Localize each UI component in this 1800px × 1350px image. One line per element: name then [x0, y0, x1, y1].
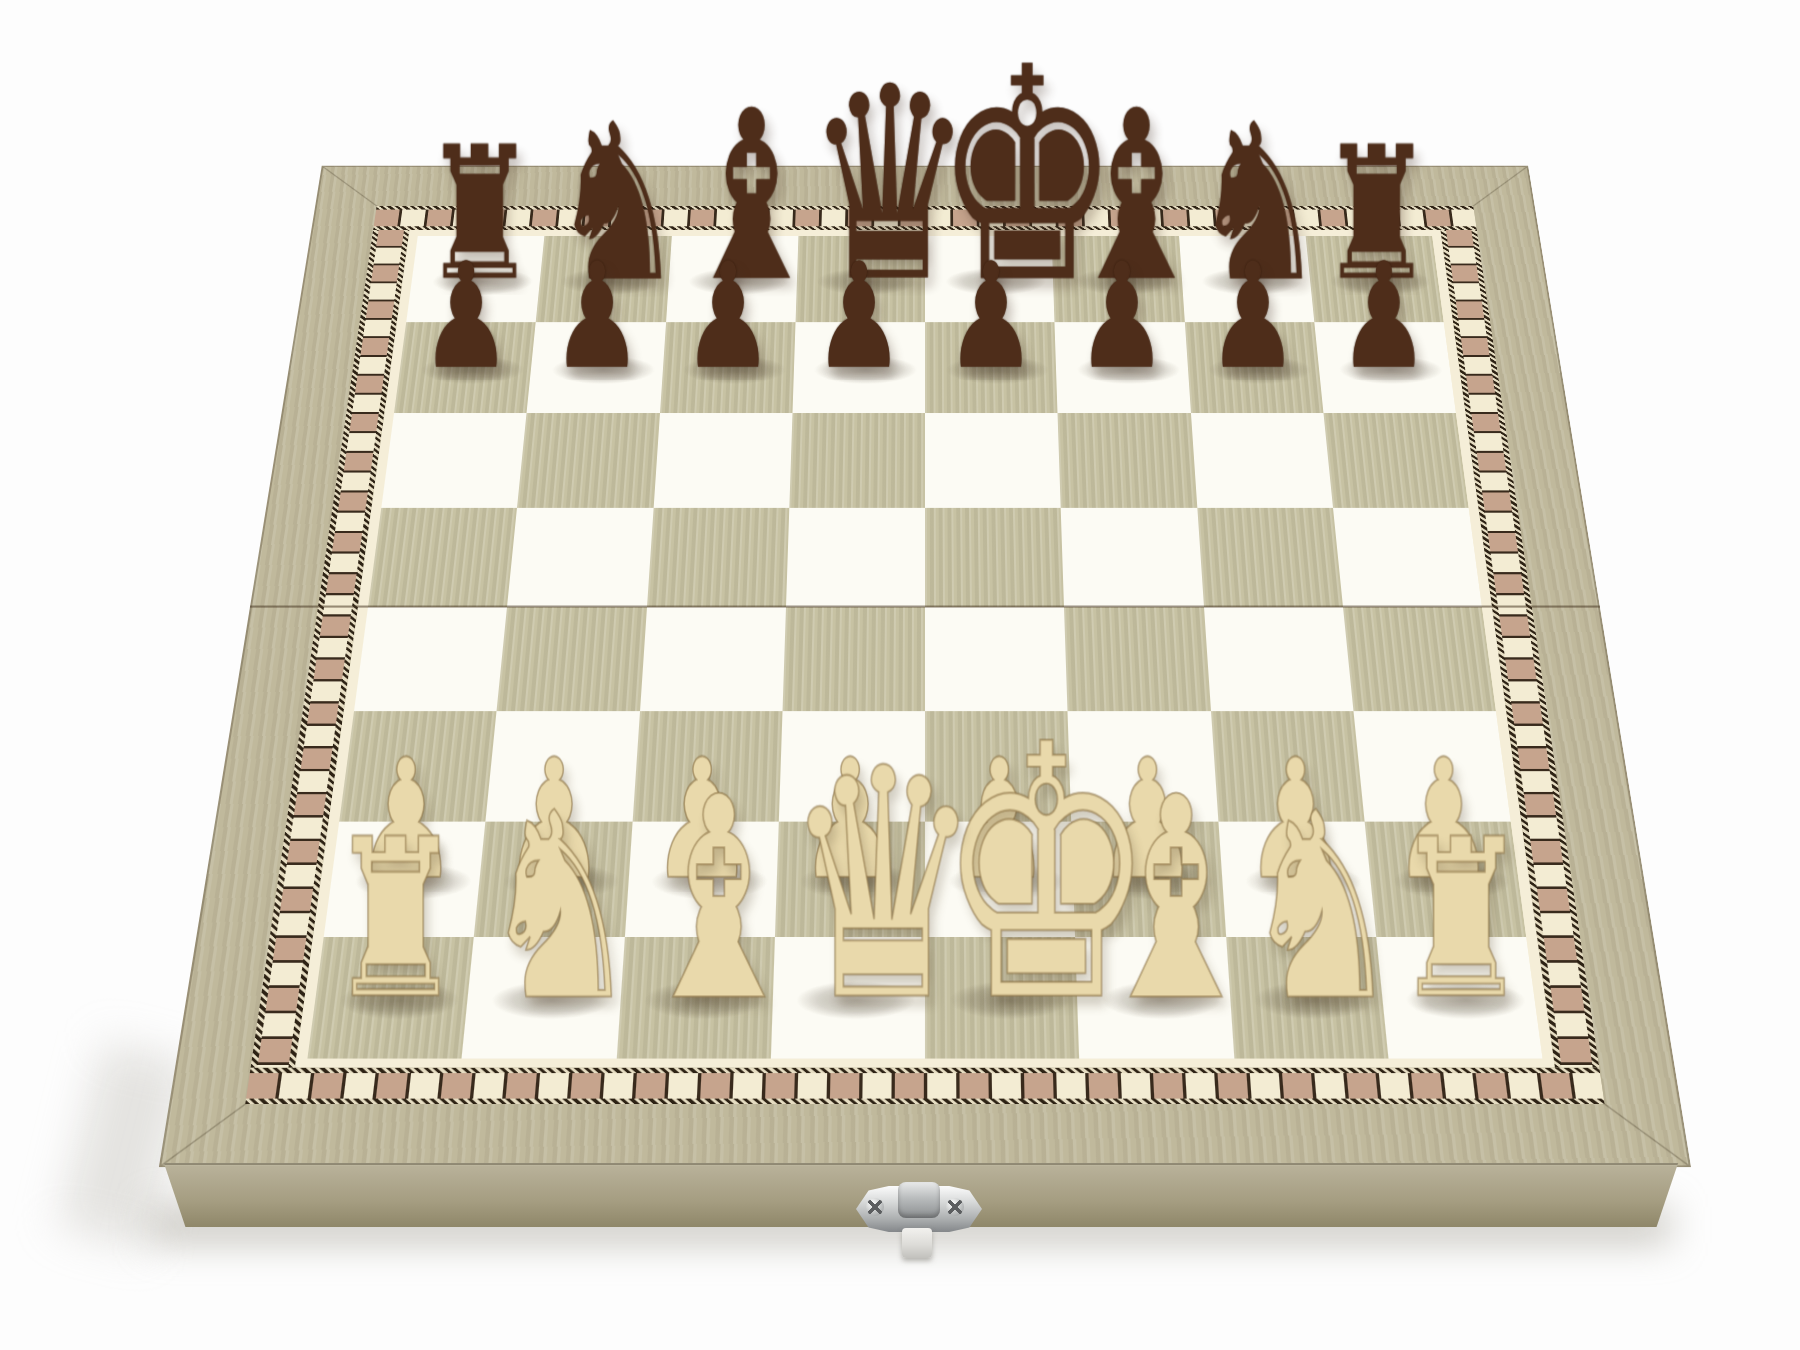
square-d4: [782, 607, 925, 711]
rope-inlay: [245, 1099, 1604, 1104]
inlay-border-bottom: [245, 1068, 1604, 1104]
square-d3: [779, 711, 925, 821]
product-photo-scene: ♜♞♝♛♚♝♞♜♟♟♟♟♟♟♟♟♟♟♟♟♟♟♟♟♜♞♝♛♚♝♞♜: [0, 0, 1800, 1350]
square-e3: [925, 711, 1071, 821]
piece-shadow: [352, 863, 474, 900]
square-c4: [639, 607, 785, 711]
chess-board: ♜♞♝♛♚♝♞♜♟♟♟♟♟♟♟♟♟♟♟♟♟♟♟♟♜♞♝♛♚♝♞♜: [159, 166, 1691, 1167]
square-b3: [486, 711, 640, 821]
square-a3: [339, 711, 496, 821]
square-g3: [1211, 711, 1365, 821]
clasp-catch-tab: [902, 1228, 932, 1258]
square-f3: [1068, 711, 1218, 821]
square-g4: [1204, 607, 1354, 711]
square-f4: [1064, 607, 1210, 711]
square-b4: [497, 607, 647, 711]
clasp-screw-left-icon: [866, 1198, 884, 1216]
square-h4: [1343, 607, 1496, 711]
square-h3: [1353, 711, 1510, 821]
piece-shadow: [1096, 863, 1215, 900]
clasp-hasp: [898, 1182, 940, 1218]
clasp-screw-right-icon: [946, 1198, 964, 1216]
piece-shadow: [650, 863, 769, 900]
piece-shadow: [501, 863, 621, 900]
piece-shadow: [1392, 863, 1514, 900]
square-c3: [632, 711, 782, 821]
square-e4: [925, 607, 1068, 711]
square-a4: [354, 607, 507, 711]
piece-shadow: [1244, 863, 1364, 900]
piece-shadow: [948, 863, 1066, 900]
piece-shadow: [799, 863, 917, 900]
